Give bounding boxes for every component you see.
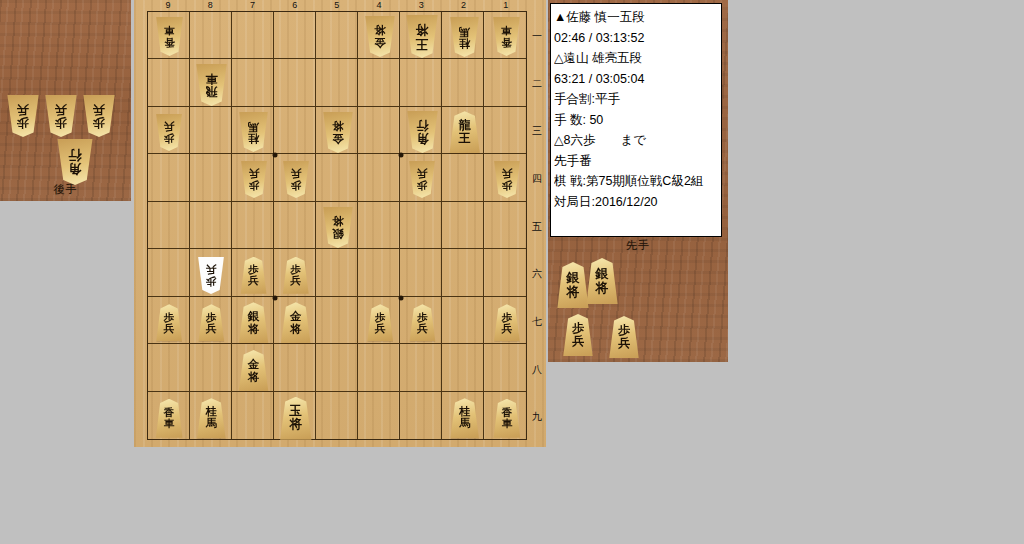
board-square[interactable] bbox=[358, 154, 400, 201]
piece-sente-銀将[interactable]: 銀将 bbox=[556, 262, 590, 308]
board-square[interactable] bbox=[442, 249, 484, 296]
board-square[interactable] bbox=[442, 59, 484, 106]
file-label-1: 1 bbox=[485, 0, 527, 11]
board-square[interactable] bbox=[442, 344, 484, 391]
file-coordinates: 987654321 bbox=[147, 0, 527, 11]
board-square[interactable] bbox=[400, 344, 442, 391]
sente-player-name: ▲佐藤 慎一五段 bbox=[554, 7, 719, 28]
rank-label-9: 九 bbox=[528, 410, 546, 424]
sente-hand-label: 先手 bbox=[626, 238, 650, 253]
file-label-8: 8 bbox=[189, 0, 231, 11]
sente-hand-tray: ▲佐藤 慎一五段 02:46 / 03:13:52 △遠山 雄亮五段 63:21… bbox=[548, 0, 728, 362]
gote-hand-tray: 後手 歩兵歩兵歩兵角行 bbox=[0, 0, 131, 201]
board-square[interactable] bbox=[316, 392, 358, 439]
board-square[interactable] bbox=[400, 202, 442, 249]
rank-label-7: 七 bbox=[528, 315, 546, 329]
board-square[interactable] bbox=[316, 297, 358, 344]
board-square[interactable] bbox=[316, 154, 358, 201]
board-square[interactable] bbox=[358, 249, 400, 296]
game-info-panel: ▲佐藤 慎一五段 02:46 / 03:13:52 △遠山 雄亮五段 63:21… bbox=[550, 3, 722, 237]
board-square[interactable] bbox=[400, 249, 442, 296]
file-label-2: 2 bbox=[443, 0, 485, 11]
piece-sente-歩兵[interactable]: 歩兵 bbox=[562, 314, 594, 356]
board-square[interactable] bbox=[232, 59, 274, 106]
piece-sente-銀将[interactable]: 銀将 bbox=[585, 258, 619, 304]
piece-sente-歩兵[interactable]: 歩兵 bbox=[608, 316, 640, 358]
handicap-line: 手合割:平手 bbox=[554, 89, 719, 110]
board-square[interactable] bbox=[274, 107, 316, 154]
gote-player-name: △遠山 雄亮五段 bbox=[554, 48, 719, 69]
board-square[interactable] bbox=[190, 154, 232, 201]
file-label-5: 5 bbox=[316, 0, 358, 11]
piece-gote-歩兵[interactable]: 歩兵 bbox=[82, 95, 116, 137]
board-square[interactable] bbox=[148, 249, 190, 296]
game-date-line: 対局日:2016/12/20 bbox=[554, 192, 719, 213]
board-square[interactable] bbox=[148, 202, 190, 249]
file-label-6: 6 bbox=[274, 0, 316, 11]
board-square[interactable] bbox=[442, 297, 484, 344]
gote-clock: 63:21 / 03:05:04 bbox=[554, 69, 719, 90]
board-square[interactable] bbox=[484, 202, 526, 249]
shogi-board: 987654321 一二三四五六七八九 香車金将王将桂馬香車飛車歩兵桂馬金将角行… bbox=[134, 0, 546, 447]
board-square[interactable] bbox=[190, 344, 232, 391]
board-square[interactable] bbox=[484, 249, 526, 296]
hoshi-dot bbox=[272, 296, 277, 301]
hoshi-dot bbox=[272, 153, 277, 158]
board-square[interactable] bbox=[316, 249, 358, 296]
board-square[interactable] bbox=[400, 59, 442, 106]
board-square[interactable] bbox=[274, 59, 316, 106]
last-move-line: △8六歩 まで bbox=[554, 130, 719, 151]
piece-gote-歩兵[interactable]: 歩兵 bbox=[44, 95, 78, 137]
hoshi-dot bbox=[399, 153, 404, 158]
rank-label-3: 三 bbox=[528, 124, 546, 138]
board-square[interactable] bbox=[274, 344, 316, 391]
board-square[interactable] bbox=[358, 107, 400, 154]
board-square[interactable] bbox=[316, 344, 358, 391]
piece-gote-角行[interactable]: 角行 bbox=[56, 139, 94, 185]
board-square[interactable] bbox=[190, 107, 232, 154]
board-square[interactable] bbox=[316, 59, 358, 106]
rank-coordinates: 一二三四五六七八九 bbox=[528, 11, 546, 440]
board-square[interactable] bbox=[148, 154, 190, 201]
board-square[interactable] bbox=[148, 344, 190, 391]
file-label-7: 7 bbox=[231, 0, 273, 11]
board-square[interactable] bbox=[484, 59, 526, 106]
rank-label-6: 六 bbox=[528, 267, 546, 281]
rank-label-4: 四 bbox=[528, 172, 546, 186]
rank-label-5: 五 bbox=[528, 220, 546, 234]
tournament-line: 棋 戦:第75期順位戦C級2組 bbox=[554, 171, 719, 192]
board-square[interactable] bbox=[274, 202, 316, 249]
rank-label-2: 二 bbox=[528, 77, 546, 91]
board-square[interactable] bbox=[148, 59, 190, 106]
hoshi-dot bbox=[399, 296, 404, 301]
board-square[interactable] bbox=[358, 59, 400, 106]
board-square[interactable] bbox=[442, 202, 484, 249]
side-to-move-line: 先手番 bbox=[554, 151, 719, 172]
board-square[interactable] bbox=[358, 392, 400, 439]
board-square[interactable] bbox=[232, 202, 274, 249]
rank-label-8: 八 bbox=[528, 363, 546, 377]
board-square[interactable] bbox=[442, 154, 484, 201]
sente-clock: 02:46 / 03:13:52 bbox=[554, 28, 719, 49]
board-grid[interactable]: 香車金将王将桂馬香車飛車歩兵桂馬金将角行龍王歩兵歩兵歩兵歩兵銀将歩兵歩兵歩兵歩兵… bbox=[147, 11, 527, 440]
file-label-4: 4 bbox=[358, 0, 400, 11]
board-square[interactable] bbox=[232, 392, 274, 439]
rank-label-1: 一 bbox=[528, 29, 546, 43]
board-square[interactable] bbox=[190, 12, 232, 59]
board-square[interactable] bbox=[190, 202, 232, 249]
board-square[interactable] bbox=[400, 392, 442, 439]
piece-gote-歩兵[interactable]: 歩兵 bbox=[6, 95, 40, 137]
board-square[interactable] bbox=[274, 12, 316, 59]
file-label-9: 9 bbox=[147, 0, 189, 11]
board-square[interactable] bbox=[232, 12, 274, 59]
move-count-line: 手 数: 50 bbox=[554, 110, 719, 131]
board-square[interactable] bbox=[316, 12, 358, 59]
shogi-app-window: 後手 歩兵歩兵歩兵角行 987654321 一二三四五六七八九 香車金将王将桂馬… bbox=[0, 0, 1024, 544]
board-square[interactable] bbox=[358, 202, 400, 249]
file-label-3: 3 bbox=[400, 0, 442, 11]
board-square[interactable] bbox=[358, 344, 400, 391]
board-square[interactable] bbox=[484, 344, 526, 391]
board-square[interactable] bbox=[484, 107, 526, 154]
